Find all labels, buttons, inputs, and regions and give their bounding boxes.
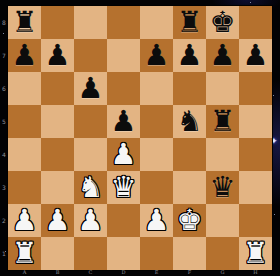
white-knight-c3[interactable]: ♞ [74,171,107,204]
square-h3[interactable] [239,171,272,204]
black-pawn-h7[interactable]: ♟ [239,39,272,72]
black-rook-a8[interactable]: ♜ [8,6,41,39]
file-label-e: E [140,269,173,276]
square-g3[interactable]: ♛ [206,171,239,204]
file-label-f: F [173,269,206,276]
square-g4[interactable] [206,138,239,171]
black-rook-f8[interactable]: ♜ [173,6,206,39]
square-c8[interactable] [74,6,107,39]
white-queen-d3[interactable]: ♛ [107,171,140,204]
square-f8[interactable]: ♜ [173,6,206,39]
square-e8[interactable] [140,6,173,39]
black-rook-g5[interactable]: ♜ [206,105,239,138]
square-c6[interactable]: ♟ [74,72,107,105]
black-pawn-b7[interactable]: ♟ [41,39,74,72]
rank-label-2: 2 [0,204,8,237]
square-b6[interactable] [41,72,74,105]
chess-app-window: ♜♜♚♟♟♟♟♟♟♟♟♞♜♟♞♛♛♟♟♟♟♚♜♜ 87654321 ABCDEF… [0,0,280,276]
square-b8[interactable] [41,6,74,39]
square-a2[interactable]: ♟ [8,204,41,237]
square-f5[interactable]: ♞ [173,105,206,138]
white-pawn-a2[interactable]: ♟ [8,204,41,237]
white-pawn-d4[interactable]: ♟ [107,138,140,171]
square-g8[interactable]: ♚ [206,6,239,39]
rank-label-8: 8 [0,6,8,39]
square-f2[interactable]: ♚ [173,204,206,237]
square-g6[interactable] [206,72,239,105]
square-a3[interactable] [8,171,41,204]
black-pawn-f7[interactable]: ♟ [173,39,206,72]
square-h1[interactable]: ♜ [239,237,272,270]
square-h8[interactable] [239,6,272,39]
black-queen-g3[interactable]: ♛ [206,171,239,204]
square-d7[interactable] [107,39,140,72]
file-label-d: D [107,269,140,276]
square-c4[interactable] [74,138,107,171]
white-pawn-c2[interactable]: ♟ [74,204,107,237]
square-b4[interactable] [41,138,74,171]
chess-board: ♜♜♚♟♟♟♟♟♟♟♟♞♜♟♞♛♛♟♟♟♟♚♜♜ [8,6,272,270]
square-h2[interactable] [239,204,272,237]
square-d5[interactable]: ♟ [107,105,140,138]
square-e4[interactable] [140,138,173,171]
star-dot-icon [273,95,274,96]
square-f6[interactable] [173,72,206,105]
square-h5[interactable] [239,105,272,138]
file-label-g: G [206,269,239,276]
rank-label-3: 3 [0,171,8,204]
square-a5[interactable] [8,105,41,138]
white-pawn-b2[interactable]: ♟ [41,204,74,237]
square-g1[interactable] [206,237,239,270]
square-d1[interactable] [107,237,140,270]
square-d2[interactable] [107,204,140,237]
square-e1[interactable] [140,237,173,270]
square-b7[interactable]: ♟ [41,39,74,72]
square-a4[interactable] [8,138,41,171]
white-pawn-e2[interactable]: ♟ [140,204,173,237]
rank-label-7: 7 [0,39,8,72]
square-d4[interactable]: ♟ [107,138,140,171]
file-label-a: A [8,269,41,276]
square-b1[interactable] [41,237,74,270]
square-e6[interactable] [140,72,173,105]
square-f7[interactable]: ♟ [173,39,206,72]
black-pawn-e7[interactable]: ♟ [140,39,173,72]
rank-label-1: 1 [0,237,8,270]
square-h6[interactable] [239,72,272,105]
star-dot-icon [274,214,275,215]
square-e5[interactable] [140,105,173,138]
square-d6[interactable] [107,72,140,105]
square-d8[interactable] [107,6,140,39]
star-dot-icon [250,2,251,3]
square-f1[interactable] [173,237,206,270]
square-h4[interactable] [239,138,272,171]
square-c7[interactable] [74,39,107,72]
square-c3[interactable]: ♞ [74,171,107,204]
square-a1[interactable]: ♜ [8,237,41,270]
square-b2[interactable]: ♟ [41,204,74,237]
square-c2[interactable]: ♟ [74,204,107,237]
square-h7[interactable]: ♟ [239,39,272,72]
white-rook-h1[interactable]: ♜ [239,237,272,270]
black-pawn-a7[interactable]: ♟ [8,39,41,72]
square-g5[interactable]: ♜ [206,105,239,138]
square-c1[interactable] [74,237,107,270]
square-a6[interactable] [8,72,41,105]
square-a8[interactable]: ♜ [8,6,41,39]
square-f4[interactable] [173,138,206,171]
square-f3[interactable] [173,171,206,204]
black-pawn-g7[interactable]: ♟ [206,39,239,72]
rank-label-5: 5 [0,105,8,138]
square-e3[interactable] [140,171,173,204]
rank-label-6: 6 [0,72,8,105]
file-label-h: H [239,269,272,276]
black-pawn-c6[interactable]: ♟ [74,72,107,105]
white-rook-a1[interactable]: ♜ [8,237,41,270]
square-b3[interactable] [41,171,74,204]
square-g7[interactable]: ♟ [206,39,239,72]
black-pawn-d5[interactable]: ♟ [107,105,140,138]
black-knight-f5[interactable]: ♞ [173,105,206,138]
white-king-f2[interactable]: ♚ [173,204,206,237]
square-a7[interactable]: ♟ [8,39,41,72]
file-label-c: C [74,269,107,276]
file-label-b: B [41,269,74,276]
square-b5[interactable] [41,105,74,138]
black-king-g8[interactable]: ♚ [206,6,239,39]
square-e2[interactable]: ♟ [140,204,173,237]
square-d3[interactable]: ♛ [107,171,140,204]
square-e7[interactable]: ♟ [140,39,173,72]
square-g2[interactable] [206,204,239,237]
square-c5[interactable] [74,105,107,138]
rank-label-4: 4 [0,138,8,171]
